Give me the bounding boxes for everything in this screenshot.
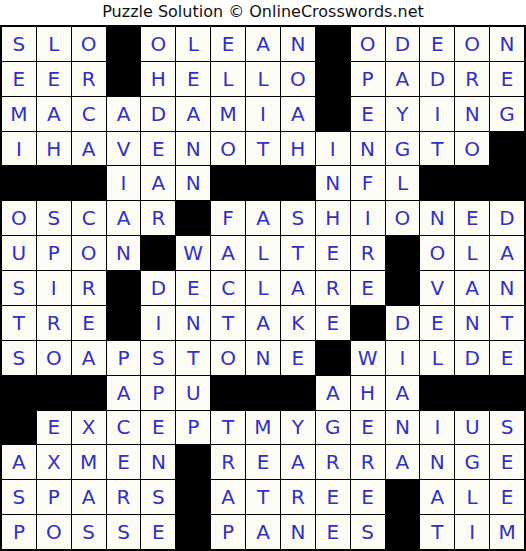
block-cell-r2c10 [316,62,350,96]
letter-cell-r2c8: L [246,62,280,96]
letter-cell-r4c12: G [386,132,420,166]
letter-cell-r3c7: M [211,97,245,131]
letter-cell-r12c7: T [211,411,245,445]
letter-cell-r4c10: I [316,132,350,166]
letter-cell-r10c2: O [37,341,71,375]
letter-cell-r15c15: M [490,515,524,549]
letter-cell-r12c10: G [316,411,350,445]
letter-cell-r12c5: E [141,411,175,445]
letter-cell-r13c15: E [490,445,524,479]
letter-cell-r14c14: L [455,480,489,514]
block-cell-r14c12 [386,480,420,514]
letter-cell-r3c8: I [246,97,280,131]
letter-cell-r7c7: A [211,236,245,270]
letter-cell-r12c6: P [176,411,210,445]
letter-cell-r6c14: E [455,201,489,235]
letter-cell-r3c9: A [281,97,315,131]
block-cell-r5c15 [490,166,524,200]
block-cell-r5c1 [2,166,36,200]
letter-cell-r15c9: N [281,515,315,549]
letter-cell-r3c2: A [37,97,71,131]
letter-cell-r14c2: P [37,480,71,514]
letter-cell-r10c13: L [420,341,454,375]
letter-cell-r1c15: N [490,27,524,61]
letter-cell-r5c5: A [141,166,175,200]
block-cell-r8c12 [386,271,420,305]
block-cell-r11c2 [37,376,71,410]
letter-cell-r6c12: O [386,201,420,235]
letter-cell-r4c8: T [246,132,280,166]
letter-cell-r7c13: O [420,236,454,270]
letter-cell-r8c2: I [37,271,71,305]
letter-cell-r8c14: A [455,271,489,305]
letter-cell-r8c11: E [351,271,385,305]
page-title: Puzzle Solution © OnlineCrosswords.net [0,0,526,25]
block-cell-r14c6 [176,480,210,514]
block-cell-r13c6 [176,445,210,479]
letter-cell-r15c10: E [316,515,350,549]
letter-cell-r15c1: P [2,515,36,549]
letter-cell-r12c8: M [246,411,280,445]
block-cell-r1c4 [107,27,141,61]
block-cell-r15c12 [386,515,420,549]
puzzle-solution-page: Puzzle Solution © OnlineCrosswords.net S… [0,0,526,551]
letter-cell-r4c11: N [351,132,385,166]
letter-cell-r13c7: R [211,445,245,479]
letter-cell-r7c3: O [72,236,106,270]
letter-cell-r3c11: E [351,97,385,131]
letter-cell-r13c5: N [141,445,175,479]
block-cell-r1c10 [316,27,350,61]
letter-cell-r4c7: O [211,132,245,166]
letter-cell-r1c1: S [2,27,36,61]
letter-cell-r9c10: E [316,306,350,340]
letter-cell-r6c7: F [211,201,245,235]
letter-cell-r2c9: O [281,62,315,96]
block-cell-r5c7 [211,166,245,200]
letter-cell-r8c10: R [316,271,350,305]
block-cell-r5c13 [420,166,454,200]
letter-cell-r4c1: I [2,132,36,166]
letter-cell-r4c2: H [37,132,71,166]
letter-cell-r8c1: S [2,271,36,305]
letter-cell-r9c6: N [176,306,210,340]
letter-cell-r13c13: N [420,445,454,479]
letter-cell-r9c12: D [386,306,420,340]
letter-cell-r14c4: R [107,480,141,514]
letter-cell-r14c11: E [351,480,385,514]
letter-cell-r9c13: E [420,306,454,340]
letter-cell-r2c11: P [351,62,385,96]
letter-cell-r9c5: I [141,306,175,340]
letter-cell-r1c9: N [281,27,315,61]
letter-cell-r12c15: S [490,411,524,445]
letter-cell-r10c12: I [386,341,420,375]
letter-cell-r15c4: S [107,515,141,549]
letter-cell-r6c4: A [107,201,141,235]
letter-cell-r6c3: C [72,201,106,235]
block-cell-r11c3 [72,376,106,410]
letter-cell-r9c15: T [490,306,524,340]
letter-cell-r3c5: D [141,97,175,131]
letter-cell-r2c2: E [37,62,71,96]
letter-cell-r2c5: H [141,62,175,96]
block-cell-r11c15 [490,376,524,410]
letter-cell-r12c4: C [107,411,141,445]
letter-cell-r6c2: S [37,201,71,235]
letter-cell-r10c6: T [176,341,210,375]
letter-cell-r11c11: H [351,376,385,410]
letter-cell-r5c11: F [351,166,385,200]
letter-cell-r9c1: T [2,306,36,340]
letter-cell-r7c10: E [316,236,350,270]
letter-cell-r8c5: D [141,271,175,305]
letter-cell-r10c7: O [211,341,245,375]
block-cell-r5c9 [281,166,315,200]
letter-cell-r6c15: D [490,201,524,235]
letter-cell-r13c14: G [455,445,489,479]
letter-cell-r9c7: T [211,306,245,340]
letter-cell-r14c3: A [72,480,106,514]
letter-cell-r2c12: A [386,62,420,96]
letter-cell-r3c12: Y [386,97,420,131]
letter-cell-r11c5: P [141,376,175,410]
letter-cell-r8c9: A [281,271,315,305]
letter-cell-r7c4: N [107,236,141,270]
letter-cell-r6c11: I [351,201,385,235]
letter-cell-r13c10: R [316,445,350,479]
block-cell-r9c11 [351,306,385,340]
letter-cell-r4c6: N [176,132,210,166]
block-cell-r10c10 [316,341,350,375]
letter-cell-r4c3: A [72,132,106,166]
letter-cell-r15c8: A [246,515,280,549]
letter-cell-r9c2: R [37,306,71,340]
letter-cell-r11c12: A [386,376,420,410]
letter-cell-r13c8: E [246,445,280,479]
block-cell-r3c10 [316,97,350,131]
letter-cell-r6c5: R [141,201,175,235]
letter-cell-r10c14: D [455,341,489,375]
letter-cell-r4c5: E [141,132,175,166]
letter-cell-r14c15: E [490,480,524,514]
letter-cell-r6c9: S [281,201,315,235]
block-cell-r5c8 [246,166,280,200]
letter-cell-r6c10: H [316,201,350,235]
block-cell-r6c6 [176,201,210,235]
block-cell-r11c14 [455,376,489,410]
letter-cell-r13c1: A [2,445,36,479]
letter-cell-r10c3: A [72,341,106,375]
letter-cell-r7c1: U [2,236,36,270]
block-cell-r2c4 [107,62,141,96]
letter-cell-r15c3: S [72,515,106,549]
letter-cell-r14c13: A [420,480,454,514]
letter-cell-r12c12: N [386,411,420,445]
letter-cell-r2c13: D [420,62,454,96]
letter-cell-r10c9: E [281,341,315,375]
letter-cell-r10c15: E [490,341,524,375]
letter-cell-r6c1: O [2,201,36,235]
letter-cell-r3c3: C [72,97,106,131]
letter-cell-r7c6: W [176,236,210,270]
letter-cell-r13c2: X [37,445,71,479]
letter-cell-r7c8: L [246,236,280,270]
letter-cell-r1c11: O [351,27,385,61]
block-cell-r5c3 [72,166,106,200]
block-cell-r12c1 [2,411,36,445]
letter-cell-r15c13: T [420,515,454,549]
letter-cell-r2c7: L [211,62,245,96]
letter-cell-r1c8: A [246,27,280,61]
letter-cell-r7c14: L [455,236,489,270]
letter-cell-r10c4: P [107,341,141,375]
block-cell-r5c2 [37,166,71,200]
letter-cell-r11c10: A [316,376,350,410]
block-cell-r11c1 [2,376,36,410]
block-cell-r8c4 [107,271,141,305]
block-cell-r15c6 [176,515,210,549]
letter-cell-r7c9: T [281,236,315,270]
block-cell-r4c15 [490,132,524,166]
block-cell-r11c9 [281,376,315,410]
letter-cell-r3c6: A [176,97,210,131]
letter-cell-r1c14: O [455,27,489,61]
letter-cell-r2c14: R [455,62,489,96]
letter-cell-r4c9: H [281,132,315,166]
letter-cell-r1c5: O [141,27,175,61]
letter-cell-r12c3: X [72,411,106,445]
letter-cell-r5c6: N [176,166,210,200]
letter-cell-r10c5: S [141,341,175,375]
letter-cell-r9c8: A [246,306,280,340]
letter-cell-r13c4: E [107,445,141,479]
letter-cell-r8c8: L [246,271,280,305]
letter-cell-r1c13: E [420,27,454,61]
letter-cell-r5c12: L [386,166,420,200]
block-cell-r7c5 [141,236,175,270]
letter-cell-r13c3: M [72,445,106,479]
letter-cell-r7c11: R [351,236,385,270]
letter-cell-r8c3: R [72,271,106,305]
letter-cell-r13c11: R [351,445,385,479]
letter-cell-r3c4: A [107,97,141,131]
letter-cell-r14c1: S [2,480,36,514]
letter-cell-r1c6: L [176,27,210,61]
letter-cell-r9c3: E [72,306,106,340]
letter-cell-r1c2: L [37,27,71,61]
letter-cell-r1c12: D [386,27,420,61]
letter-cell-r3c1: M [2,97,36,131]
letter-cell-r12c9: Y [281,411,315,445]
letter-cell-r7c15: A [490,236,524,270]
letter-cell-r5c4: I [107,166,141,200]
letter-cell-r8c15: N [490,271,524,305]
letter-cell-r2c15: E [490,62,524,96]
letter-cell-r9c9: K [281,306,315,340]
letter-cell-r15c7: P [211,515,245,549]
letter-cell-r7c2: P [37,236,71,270]
letter-cell-r14c9: R [281,480,315,514]
letter-cell-r4c13: T [420,132,454,166]
letter-cell-r10c11: W [351,341,385,375]
letter-cell-r2c6: E [176,62,210,96]
letter-cell-r5c10: N [316,166,350,200]
letter-cell-r14c7: A [211,480,245,514]
block-cell-r11c7 [211,376,245,410]
letter-cell-r3c15: G [490,97,524,131]
letter-cell-r1c3: O [72,27,106,61]
letter-cell-r10c1: S [2,341,36,375]
letter-cell-r14c5: S [141,480,175,514]
letter-cell-r6c8: A [246,201,280,235]
block-cell-r11c13 [420,376,454,410]
letter-cell-r9c14: N [455,306,489,340]
letter-cell-r13c12: A [386,445,420,479]
letter-cell-r12c11: E [351,411,385,445]
letter-cell-r11c6: U [176,376,210,410]
block-cell-r7c12 [386,236,420,270]
letter-cell-r4c14: O [455,132,489,166]
letter-cell-r8c13: V [420,271,454,305]
letter-cell-r2c3: R [72,62,106,96]
letter-cell-r15c11: S [351,515,385,549]
letter-cell-r3c13: I [420,97,454,131]
block-cell-r9c4 [107,306,141,340]
letter-cell-r10c8: N [246,341,280,375]
letter-cell-r8c7: C [211,271,245,305]
letter-cell-r14c10: E [316,480,350,514]
letter-cell-r12c13: I [420,411,454,445]
letter-cell-r11c4: A [107,376,141,410]
letter-cell-r1c7: E [211,27,245,61]
letter-cell-r15c2: O [37,515,71,549]
letter-cell-r14c8: T [246,480,280,514]
letter-cell-r12c14: U [455,411,489,445]
letter-cell-r15c5: E [141,515,175,549]
letter-cell-r13c9: A [281,445,315,479]
block-cell-r11c8 [246,376,280,410]
letter-cell-r4c4: V [107,132,141,166]
block-cell-r5c14 [455,166,489,200]
letter-cell-r3c14: N [455,97,489,131]
letter-cell-r2c1: E [2,62,36,96]
letter-cell-r8c6: E [176,271,210,305]
crossword-grid: SLOOLEANODEONEERHELLOPADREMACADAMIAEYING… [0,25,526,551]
letter-cell-r6c13: N [420,201,454,235]
letter-cell-r12c2: E [37,411,71,445]
letter-cell-r15c14: I [455,515,489,549]
